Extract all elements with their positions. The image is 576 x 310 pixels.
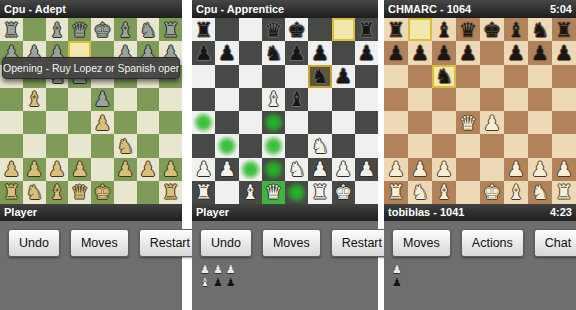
- square-a6[interactable]: [384, 65, 408, 88]
- square-c4[interactable]: [432, 111, 456, 134]
- game-title: Cpu - Adept: [4, 0, 66, 18]
- black-pawn-d7: ♟: [459, 43, 477, 63]
- square-a2[interactable]: ♟: [0, 158, 23, 181]
- captured-row: ♟: [392, 263, 576, 276]
- square-c8[interactable]: ♝: [432, 18, 456, 41]
- moves-button[interactable]: Moves: [70, 229, 129, 257]
- square-g8[interactable]: [332, 18, 355, 41]
- button-row: MovesActionsChat: [392, 229, 576, 257]
- square-c2[interactable]: [239, 158, 262, 181]
- square-e4[interactable]: ♟: [480, 111, 504, 134]
- white-pawn-d2: ♟: [71, 159, 89, 179]
- square-h6[interactable]: [552, 65, 576, 88]
- square-d4[interactable]: ♛: [456, 111, 480, 134]
- white-bishop-c1: ♝: [435, 182, 453, 202]
- black-pawn-f7: ♟: [507, 43, 525, 63]
- square-e3[interactable]: [285, 134, 308, 157]
- square-f8[interactable]: [308, 18, 331, 41]
- button-row: UndoMovesRestart: [8, 229, 182, 257]
- square-h1[interactable]: [355, 181, 378, 204]
- square-b7[interactable]: ♟: [215, 41, 238, 64]
- black-king-e8: ♚: [93, 20, 111, 40]
- square-c1[interactable]: ♝: [239, 181, 262, 204]
- square-b2[interactable]: ♟: [408, 158, 432, 181]
- white-bishop-f1: ♝: [507, 182, 525, 202]
- square-g1[interactable]: ♚: [332, 181, 355, 204]
- chess-board[interactable]: ♜♝♛♚♝♞♜♟♟♟♟♟♟♟♞♛♟♟♟♟♟♟♟♜♞♝♚♝♞♜: [384, 18, 576, 204]
- control-area: UndoMovesRestart ♟♟♟♝♟♟: [192, 221, 378, 289]
- white-pawn-h2: ♟: [162, 159, 180, 179]
- captured-black-pawn-icon: ♟: [392, 277, 402, 289]
- square-d2[interactable]: [456, 158, 480, 181]
- square-g8[interactable]: ♞: [137, 18, 160, 41]
- white-pawn-c2: ♟: [435, 159, 453, 179]
- square-c7[interactable]: ♟: [432, 41, 456, 64]
- square-b8[interactable]: [23, 18, 46, 41]
- square-f3[interactable]: ♞: [308, 134, 331, 157]
- black-queen-d8: ♛: [459, 20, 477, 40]
- white-pawn-a2: ♟: [195, 159, 213, 179]
- undo-button[interactable]: Undo: [8, 229, 60, 257]
- black-pawn-b7: ♟: [218, 43, 236, 63]
- square-e8[interactable]: ♚: [285, 18, 308, 41]
- square-h2[interactable]: ♟: [159, 158, 182, 181]
- square-h4[interactable]: [552, 111, 576, 134]
- chat-button[interactable]: Chat: [534, 229, 576, 257]
- square-e7[interactable]: ♟: [285, 41, 308, 64]
- opponent-name-rating: CHMARC - 1064: [388, 0, 471, 18]
- white-pawn-c2: ♟: [48, 159, 66, 179]
- moves-button[interactable]: Moves: [392, 229, 451, 257]
- square-b3[interactable]: [408, 134, 432, 157]
- title-bar: Cpu - Adept: [0, 0, 182, 18]
- square-d1[interactable]: ♛: [68, 181, 91, 204]
- square-h2[interactable]: ♟: [552, 158, 576, 181]
- square-a4[interactable]: [384, 111, 408, 134]
- square-c7[interactable]: [239, 41, 262, 64]
- square-b3[interactable]: [215, 134, 238, 157]
- square-a7[interactable]: ♟: [384, 41, 408, 64]
- square-a4[interactable]: [0, 111, 23, 134]
- captured-black-pawn-icon: ♟: [226, 277, 236, 289]
- square-b5[interactable]: [408, 88, 432, 111]
- black-pawn-c7: ♟: [435, 43, 453, 63]
- square-a2[interactable]: ♟: [192, 158, 215, 181]
- chess-board[interactable]: ♜♛♚♜♟♟♞♟♟♟♞♟♝♝♞♟♟♞♟♟♟♜♝♛♜♚: [192, 18, 378, 204]
- square-a8[interactable]: ♜: [384, 18, 408, 41]
- black-pawn-g6: ♟: [334, 66, 352, 86]
- black-bishop-f8: ♝: [116, 20, 134, 40]
- black-rook-a8: ♜: [195, 20, 213, 40]
- square-d7[interactable]: ♞: [262, 41, 285, 64]
- square-g3[interactable]: [332, 134, 355, 157]
- opening-tooltip: Opening - Ruy Lopez or Spanish opening: [2, 57, 180, 79]
- square-e2[interactable]: [480, 158, 504, 181]
- square-c2[interactable]: ♟: [432, 158, 456, 181]
- square-c6[interactable]: [239, 65, 262, 88]
- player-name: Player: [196, 204, 229, 221]
- black-rook-h8: ♜: [162, 20, 180, 40]
- square-f6[interactable]: [504, 65, 528, 88]
- captured-pieces: ♟♟♟♝♟♟: [200, 263, 378, 289]
- black-pawn-e5: ♟: [93, 89, 111, 109]
- square-g5[interactable]: [332, 88, 355, 111]
- white-bishop-c1: ♝: [241, 182, 259, 202]
- square-h4[interactable]: [159, 111, 182, 134]
- black-knight-f6: ♞: [311, 66, 329, 86]
- square-c5[interactable]: [239, 88, 262, 111]
- square-d7[interactable]: ♟: [456, 41, 480, 64]
- square-e6[interactable]: [480, 65, 504, 88]
- square-e5[interactable]: ♟: [91, 88, 114, 111]
- captured-white-pawn-icon: ♟: [226, 264, 236, 276]
- square-h3[interactable]: [355, 134, 378, 157]
- white-knight-f3: ♞: [116, 136, 134, 156]
- white-knight-f3: ♞: [311, 136, 329, 156]
- square-f1[interactable]: [114, 181, 137, 204]
- square-h7[interactable]: ♟: [355, 41, 378, 64]
- white-bishop-b5: ♝: [25, 89, 43, 109]
- square-e1[interactable]: [285, 181, 308, 204]
- black-king-e8: ♚: [483, 20, 501, 40]
- square-d8[interactable]: ♛: [456, 18, 480, 41]
- white-pawn-h2: ♟: [357, 159, 375, 179]
- square-d8[interactable]: ♛: [68, 18, 91, 41]
- white-queen-d1: ♛: [264, 182, 282, 202]
- square-b4[interactable]: [215, 111, 238, 134]
- square-d6[interactable]: [456, 65, 480, 88]
- square-f5[interactable]: [114, 88, 137, 111]
- square-f7[interactable]: ♟: [308, 41, 331, 64]
- square-e8[interactable]: ♚: [91, 18, 114, 41]
- white-pawn-b2: ♟: [218, 159, 236, 179]
- white-pawn-e4: ♟: [483, 113, 501, 133]
- player-name-rating: tobiblas - 1041: [388, 204, 464, 221]
- square-e4[interactable]: ♟: [91, 111, 114, 134]
- black-knight-c6: ♞: [435, 66, 453, 86]
- square-c4[interactable]: [46, 111, 69, 134]
- black-rook-h8: ♜: [357, 20, 375, 40]
- square-d1[interactable]: [456, 181, 480, 204]
- square-a3[interactable]: [384, 134, 408, 157]
- black-pawn-h7: ♟: [555, 43, 573, 63]
- square-a5[interactable]: [384, 88, 408, 111]
- square-c6[interactable]: ♞: [432, 65, 456, 88]
- square-d8[interactable]: ♛: [262, 18, 285, 41]
- square-b5[interactable]: [215, 88, 238, 111]
- captured-row: ♝♟♟: [200, 276, 378, 289]
- square-a3[interactable]: [0, 134, 23, 157]
- square-d5[interactable]: [456, 88, 480, 111]
- square-g2[interactable]: ♟: [528, 158, 552, 181]
- black-rook-a8: ♜: [2, 20, 20, 40]
- square-d4[interactable]: [68, 111, 91, 134]
- square-f4[interactable]: [114, 111, 137, 134]
- square-h3[interactable]: [159, 134, 182, 157]
- control-area: UndoMovesRestart: [0, 221, 182, 257]
- captured-white-pawn-icon: ♟: [213, 264, 223, 276]
- square-h8[interactable]: ♜: [552, 18, 576, 41]
- white-pawn-h2: ♟: [555, 159, 573, 179]
- square-f8[interactable]: ♝: [114, 18, 137, 41]
- square-d2[interactable]: [262, 158, 285, 181]
- captured-pieces: ♟♟: [392, 263, 576, 289]
- square-a8[interactable]: ♜: [0, 18, 23, 41]
- square-a3[interactable]: [192, 134, 215, 157]
- black-king-e8: ♚: [288, 20, 306, 40]
- square-a7[interactable]: ♟: [192, 41, 215, 64]
- square-a2[interactable]: ♟: [384, 158, 408, 181]
- black-queen-d8: ♛: [264, 20, 282, 40]
- square-f7[interactable]: ♟: [504, 41, 528, 64]
- white-knight-g1: ♞: [531, 182, 549, 202]
- square-e3[interactable]: [480, 134, 504, 157]
- black-pawn-b7: ♟: [411, 43, 429, 63]
- square-h8[interactable]: ♜: [159, 18, 182, 41]
- square-h2[interactable]: ♟: [355, 158, 378, 181]
- white-king-e1: ♚: [93, 182, 111, 202]
- square-d3[interactable]: [456, 134, 480, 157]
- square-c3[interactable]: [239, 134, 262, 157]
- square-f1[interactable]: ♝: [504, 181, 528, 204]
- square-b8[interactable]: [215, 18, 238, 41]
- black-pawn-g7: ♟: [531, 43, 549, 63]
- white-bishop-c1: ♝: [48, 182, 66, 202]
- square-b1[interactable]: ♞: [23, 181, 46, 204]
- white-pawn-b2: ♟: [25, 159, 43, 179]
- square-f5[interactable]: [504, 88, 528, 111]
- square-c8[interactable]: ♝: [46, 18, 69, 41]
- square-f5[interactable]: [308, 88, 331, 111]
- square-h6[interactable]: [355, 65, 378, 88]
- control-area: MovesActionsChat ♟♟: [384, 221, 576, 289]
- square-d6[interactable]: [262, 65, 285, 88]
- square-b5[interactable]: ♝: [23, 88, 46, 111]
- square-d2[interactable]: ♟: [68, 158, 91, 181]
- square-e6[interactable]: [285, 65, 308, 88]
- black-knight-d7: ♞: [264, 43, 282, 63]
- square-b1[interactable]: ♞: [408, 181, 432, 204]
- player-name: Player: [4, 204, 37, 221]
- square-c4[interactable]: [239, 111, 262, 134]
- square-f2[interactable]: ♟: [308, 158, 331, 181]
- square-e1[interactable]: ♚: [480, 181, 504, 204]
- square-f1[interactable]: ♜: [308, 181, 331, 204]
- title-bar: Cpu - Apprentice: [192, 0, 378, 18]
- square-g5[interactable]: [137, 88, 160, 111]
- square-f2[interactable]: ♟: [114, 158, 137, 181]
- square-b6[interactable]: [215, 65, 238, 88]
- black-pawn-a7: ♟: [195, 43, 213, 63]
- square-g4[interactable]: [137, 111, 160, 134]
- square-g6[interactable]: ♟: [332, 65, 355, 88]
- square-h4[interactable]: [355, 111, 378, 134]
- square-f2[interactable]: ♟: [504, 158, 528, 181]
- square-e5[interactable]: [480, 88, 504, 111]
- square-a6[interactable]: [192, 65, 215, 88]
- black-pawn-f7: ♟: [311, 43, 329, 63]
- white-pawn-f2: ♟: [507, 159, 525, 179]
- button-row: UndoMovesRestart: [200, 229, 378, 257]
- white-pawn-g2: ♟: [531, 159, 549, 179]
- player-bar: tobiblas - 1041 4:23: [384, 204, 576, 221]
- chess-board[interactable]: ♜♝♛♚♝♞♜♟♟♟♟♟♟♞♟♝♟♟♞♟♟♟♟♟♟♟♜♞♝♛♚♜: [0, 18, 182, 204]
- square-d3[interactable]: [262, 134, 285, 157]
- player-clock: 4:23: [550, 204, 572, 221]
- panel-cpu-apprentice: Cpu - Apprentice ♜♛♚♜♟♟♞♟♟♟♞♟♝♝♞♟♟♞♟♟♟♜♝…: [192, 0, 378, 310]
- square-f4[interactable]: [308, 111, 331, 134]
- black-pawn-e7: ♟: [288, 43, 306, 63]
- panel-chmarc-vs-tobiblas: CHMARC - 1064 5:04 ♜♝♛♚♝♞♜♟♟♟♟♟♟♟♞♛♟♟♟♟♟…: [384, 0, 576, 310]
- white-pawn-g2: ♟: [139, 159, 157, 179]
- square-h5[interactable]: [552, 88, 576, 111]
- square-d1[interactable]: ♛: [262, 181, 285, 204]
- actions-button[interactable]: Actions: [461, 229, 524, 257]
- white-pawn-f2: ♟: [116, 159, 134, 179]
- square-e2[interactable]: ♞: [285, 158, 308, 181]
- square-c1[interactable]: ♝: [46, 181, 69, 204]
- square-b4[interactable]: [408, 111, 432, 134]
- square-g8[interactable]: ♞: [528, 18, 552, 41]
- white-pawn-b2: ♟: [411, 159, 429, 179]
- black-bishop-c8: ♝: [435, 20, 453, 40]
- square-f6[interactable]: ♞: [308, 65, 331, 88]
- square-b4[interactable]: [23, 111, 46, 134]
- white-king-e1: ♚: [483, 182, 501, 202]
- white-knight-b1: ♞: [411, 182, 429, 202]
- white-rook-a1: ♜: [2, 182, 20, 202]
- white-knight-b1: ♞: [25, 182, 43, 202]
- square-e7[interactable]: [480, 41, 504, 64]
- square-g3[interactable]: [528, 134, 552, 157]
- square-b2[interactable]: ♟: [215, 158, 238, 181]
- black-rook-h8: ♜: [555, 20, 573, 40]
- square-c8[interactable]: [239, 18, 262, 41]
- moves-button[interactable]: Moves: [262, 229, 321, 257]
- square-d5[interactable]: [68, 88, 91, 111]
- undo-button[interactable]: Undo: [200, 229, 252, 257]
- white-bishop-d5: ♝: [264, 89, 282, 109]
- square-g6[interactable]: [528, 65, 552, 88]
- square-b1[interactable]: [215, 181, 238, 204]
- square-b2[interactable]: ♟: [23, 158, 46, 181]
- square-h1[interactable]: ♜: [552, 181, 576, 204]
- square-g4[interactable]: [332, 111, 355, 134]
- square-g1[interactable]: ♞: [528, 181, 552, 204]
- white-queen-d1: ♛: [71, 182, 89, 202]
- square-g3[interactable]: [137, 134, 160, 157]
- square-h3[interactable]: [552, 134, 576, 157]
- black-bishop-e5: ♝: [288, 89, 306, 109]
- square-h8[interactable]: ♜: [355, 18, 378, 41]
- square-d3[interactable]: [68, 134, 91, 157]
- square-f3[interactable]: [504, 134, 528, 157]
- white-rook-h1: ♜: [555, 182, 573, 202]
- black-bishop-f8: ♝: [507, 20, 525, 40]
- white-rook-a1: ♜: [387, 182, 405, 202]
- captured-white-pawn-icon: ♟: [200, 264, 210, 276]
- square-a5[interactable]: [0, 88, 23, 111]
- square-c5[interactable]: [46, 88, 69, 111]
- square-c2[interactable]: ♟: [46, 158, 69, 181]
- captured-row: ♟♟♟: [200, 263, 378, 276]
- square-c3[interactable]: [46, 134, 69, 157]
- white-pawn-a2: ♟: [387, 159, 405, 179]
- square-g7[interactable]: [332, 41, 355, 64]
- square-a4[interactable]: [192, 111, 215, 134]
- white-pawn-f2: ♟: [311, 159, 329, 179]
- app-screenshots: Cpu - Adept ♜♝♛♚♝♞♜♟♟♟♟♟♟♞♟♝♟♟♞♟♟♟♟♟♟♟♜♞…: [0, 0, 576, 310]
- square-e2[interactable]: [91, 158, 114, 181]
- square-a8[interactable]: ♜: [192, 18, 215, 41]
- white-rook-a1: ♜: [195, 182, 213, 202]
- square-g2[interactable]: ♟: [332, 158, 355, 181]
- player-bar: Player: [192, 204, 378, 221]
- square-g1[interactable]: [137, 181, 160, 204]
- opponent-clock: 5:04: [550, 0, 572, 18]
- black-pawn-a7: ♟: [387, 43, 405, 63]
- black-knight-g8: ♞: [531, 20, 549, 40]
- square-h1[interactable]: ♜: [159, 181, 182, 204]
- player-bar: Player: [0, 204, 182, 221]
- square-g5[interactable]: [528, 88, 552, 111]
- square-d4[interactable]: [262, 111, 285, 134]
- game-title: Cpu - Apprentice: [196, 0, 284, 18]
- white-king-g1: ♚: [334, 182, 352, 202]
- square-a1[interactable]: ♜: [0, 181, 23, 204]
- square-c3[interactable]: [432, 134, 456, 157]
- square-c5[interactable]: [432, 88, 456, 111]
- square-d5[interactable]: ♝: [262, 88, 285, 111]
- square-e3[interactable]: [91, 134, 114, 157]
- square-e8[interactable]: ♚: [480, 18, 504, 41]
- square-f4[interactable]: [504, 111, 528, 134]
- captured-row: ♟: [392, 276, 576, 289]
- square-b8[interactable]: [408, 18, 432, 41]
- white-pawn-a2: ♟: [2, 159, 20, 179]
- square-g2[interactable]: ♟: [137, 158, 160, 181]
- square-h7[interactable]: ♟: [552, 41, 576, 64]
- captured-white-pawn-icon: ♟: [392, 264, 402, 276]
- square-g7[interactable]: ♟: [528, 41, 552, 64]
- square-a5[interactable]: [192, 88, 215, 111]
- square-b6[interactable]: [408, 65, 432, 88]
- square-e5[interactable]: ♝: [285, 88, 308, 111]
- panel-cpu-adept: Cpu - Adept ♜♝♛♚♝♞♜♟♟♟♟♟♟♞♟♝♟♟♞♟♟♟♟♟♟♟♜♞…: [0, 0, 182, 310]
- square-g4[interactable]: [528, 111, 552, 134]
- square-h5[interactable]: [355, 88, 378, 111]
- square-e1[interactable]: ♚: [91, 181, 114, 204]
- white-pawn-e4: ♟: [93, 113, 111, 133]
- black-rook-a8: ♜: [387, 20, 405, 40]
- square-a1[interactable]: ♜: [384, 181, 408, 204]
- square-f8[interactable]: ♝: [504, 18, 528, 41]
- square-b7[interactable]: ♟: [408, 41, 432, 64]
- square-h5[interactable]: [159, 88, 182, 111]
- black-knight-g8: ♞: [139, 20, 157, 40]
- white-pawn-g2: ♟: [334, 159, 352, 179]
- captured-black-pawn-icon: ♟: [213, 277, 223, 289]
- black-pawn-h7: ♟: [357, 43, 375, 63]
- square-c1[interactable]: ♝: [432, 181, 456, 204]
- square-a1[interactable]: ♜: [192, 181, 215, 204]
- white-knight-e2: ♞: [288, 159, 306, 179]
- black-queen-d8: ♛: [71, 20, 89, 40]
- title-bar: CHMARC - 1064 5:04: [384, 0, 576, 18]
- square-b3[interactable]: [23, 134, 46, 157]
- square-e4[interactable]: [285, 111, 308, 134]
- square-f3[interactable]: ♞: [114, 134, 137, 157]
